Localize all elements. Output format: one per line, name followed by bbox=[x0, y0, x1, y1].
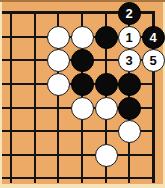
black-stone[interactable] bbox=[71, 73, 94, 96]
white-stone[interactable] bbox=[95, 97, 118, 120]
grid-line-h-8 bbox=[2, 177, 155, 179]
white-stone[interactable] bbox=[71, 26, 94, 49]
black-stone[interactable] bbox=[118, 73, 141, 96]
move-3-white-stone[interactable]: 3 bbox=[118, 49, 141, 72]
diagram-top-border bbox=[0, 0, 165, 2]
move-5-white-stone[interactable]: 5 bbox=[142, 49, 165, 72]
white-stone[interactable] bbox=[47, 26, 70, 49]
white-stone[interactable] bbox=[47, 73, 70, 96]
white-stone[interactable] bbox=[118, 120, 141, 143]
grid-line-h-7 bbox=[2, 154, 155, 156]
move-4-black-stone[interactable]: 4 bbox=[142, 26, 165, 49]
black-stone[interactable] bbox=[71, 49, 94, 72]
grid-line-v-2 bbox=[34, 11, 36, 183]
white-stone[interactable] bbox=[95, 144, 118, 167]
white-stone[interactable] bbox=[47, 49, 70, 72]
white-stone[interactable] bbox=[71, 97, 94, 120]
black-stone[interactable] bbox=[95, 26, 118, 49]
black-stone[interactable] bbox=[118, 97, 141, 120]
grid-line-v-1 bbox=[10, 11, 12, 183]
black-stone[interactable] bbox=[95, 73, 118, 96]
move-1-white-stone[interactable]: 1 bbox=[118, 26, 141, 49]
move-2-black-stone[interactable]: 2 bbox=[118, 2, 141, 25]
go-diagram: 21435 bbox=[0, 0, 165, 188]
